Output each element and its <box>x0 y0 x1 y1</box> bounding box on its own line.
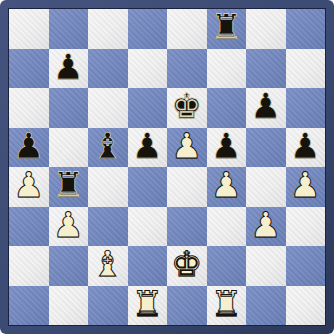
chess-board-grid: ♜♟♚♟♟♝♟♟♟♟♟♜♟♟♟♟♝♚♜♜ <box>9 9 325 325</box>
square-c4[interactable] <box>88 167 128 207</box>
piece-white-king-e2[interactable]: ♚ <box>171 247 202 282</box>
square-g1[interactable] <box>246 286 286 326</box>
square-e1[interactable] <box>167 286 207 326</box>
square-d6[interactable] <box>128 88 168 128</box>
square-g8[interactable] <box>246 9 286 49</box>
square-f8[interactable]: ♜ <box>207 9 247 49</box>
square-a4[interactable]: ♟ <box>9 167 49 207</box>
piece-black-pawn-g6[interactable]: ♟ <box>250 89 281 124</box>
square-c7[interactable] <box>88 49 128 89</box>
square-h2[interactable] <box>286 246 326 286</box>
square-f5[interactable]: ♟ <box>207 128 247 168</box>
square-c1[interactable] <box>88 286 128 326</box>
piece-black-pawn-d5[interactable]: ♟ <box>132 129 163 164</box>
square-g3[interactable]: ♟ <box>246 207 286 247</box>
square-c5[interactable]: ♝ <box>88 128 128 168</box>
piece-black-pawn-b7[interactable]: ♟ <box>53 50 84 85</box>
square-a6[interactable] <box>9 88 49 128</box>
piece-white-rook-f1[interactable]: ♜ <box>211 287 242 322</box>
square-a3[interactable] <box>9 207 49 247</box>
square-a2[interactable] <box>9 246 49 286</box>
square-g4[interactable] <box>246 167 286 207</box>
square-h7[interactable] <box>286 49 326 89</box>
square-g7[interactable] <box>246 49 286 89</box>
square-h4[interactable]: ♟ <box>286 167 326 207</box>
square-c3[interactable] <box>88 207 128 247</box>
piece-white-pawn-f4[interactable]: ♟ <box>211 168 242 203</box>
square-f3[interactable] <box>207 207 247 247</box>
square-c8[interactable] <box>88 9 128 49</box>
square-c6[interactable] <box>88 88 128 128</box>
square-f6[interactable] <box>207 88 247 128</box>
square-f2[interactable] <box>207 246 247 286</box>
square-e8[interactable] <box>167 9 207 49</box>
piece-black-pawn-h5[interactable]: ♟ <box>290 129 321 164</box>
piece-white-bishop-c2[interactable]: ♝ <box>92 247 123 282</box>
piece-white-pawn-b3[interactable]: ♟ <box>53 208 84 243</box>
square-d1[interactable]: ♜ <box>128 286 168 326</box>
square-h3[interactable] <box>286 207 326 247</box>
square-d7[interactable] <box>128 49 168 89</box>
square-e6[interactable]: ♚ <box>167 88 207 128</box>
square-f1[interactable]: ♜ <box>207 286 247 326</box>
square-b5[interactable] <box>49 128 89 168</box>
square-b6[interactable] <box>49 88 89 128</box>
piece-black-pawn-f5[interactable]: ♟ <box>211 129 242 164</box>
square-g5[interactable] <box>246 128 286 168</box>
square-h6[interactable] <box>286 88 326 128</box>
piece-black-bishop-c5[interactable]: ♝ <box>92 129 123 164</box>
piece-black-pawn-a5[interactable]: ♟ <box>13 129 44 164</box>
square-f4[interactable]: ♟ <box>207 167 247 207</box>
piece-white-rook-d1[interactable]: ♜ <box>132 287 163 322</box>
square-g6[interactable]: ♟ <box>246 88 286 128</box>
piece-black-rook-b4[interactable]: ♜ <box>53 168 84 203</box>
square-e3[interactable] <box>167 207 207 247</box>
square-a8[interactable] <box>9 9 49 49</box>
square-d4[interactable] <box>128 167 168 207</box>
square-d8[interactable] <box>128 9 168 49</box>
piece-white-pawn-g3[interactable]: ♟ <box>250 208 281 243</box>
square-e7[interactable] <box>167 49 207 89</box>
square-f7[interactable] <box>207 49 247 89</box>
square-b7[interactable]: ♟ <box>49 49 89 89</box>
square-d5[interactable]: ♟ <box>128 128 168 168</box>
square-h8[interactable] <box>286 9 326 49</box>
piece-black-rook-f8[interactable]: ♜ <box>211 10 242 45</box>
square-h1[interactable] <box>286 286 326 326</box>
square-h5[interactable]: ♟ <box>286 128 326 168</box>
square-d2[interactable] <box>128 246 168 286</box>
piece-black-king-e6[interactable]: ♚ <box>171 89 202 124</box>
piece-white-pawn-a4[interactable]: ♟ <box>13 168 44 203</box>
piece-white-pawn-e5[interactable]: ♟ <box>171 129 202 164</box>
square-b1[interactable] <box>49 286 89 326</box>
square-g2[interactable] <box>246 246 286 286</box>
square-b8[interactable] <box>49 9 89 49</box>
square-a1[interactable] <box>9 286 49 326</box>
square-b2[interactable] <box>49 246 89 286</box>
chess-board: ♜♟♚♟♟♝♟♟♟♟♟♜♟♟♟♟♝♚♜♜ <box>0 0 334 334</box>
square-c2[interactable]: ♝ <box>88 246 128 286</box>
square-d3[interactable] <box>128 207 168 247</box>
square-b3[interactable]: ♟ <box>49 207 89 247</box>
square-b4[interactable]: ♜ <box>49 167 89 207</box>
square-a5[interactable]: ♟ <box>9 128 49 168</box>
piece-white-pawn-h4[interactable]: ♟ <box>290 168 321 203</box>
square-e4[interactable] <box>167 167 207 207</box>
square-a7[interactable] <box>9 49 49 89</box>
square-e2[interactable]: ♚ <box>167 246 207 286</box>
square-e5[interactable]: ♟ <box>167 128 207 168</box>
